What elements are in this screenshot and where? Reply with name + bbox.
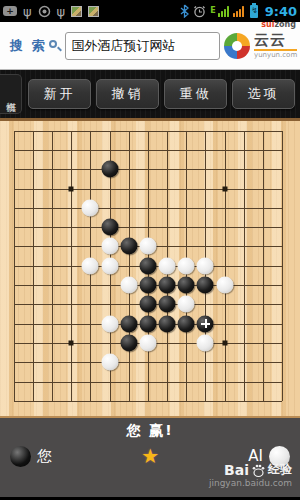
board-cell[interactable] [62, 295, 81, 314]
alarm-icon [193, 5, 206, 18]
board-cell[interactable] [253, 256, 272, 275]
board-cell[interactable] [62, 237, 81, 256]
logo-url: yunyun.com [254, 49, 297, 59]
board-cell[interactable] [273, 333, 292, 352]
board-cell[interactable] [62, 391, 81, 410]
signal-e-icon: E [210, 6, 228, 17]
black-stone [101, 219, 118, 236]
app-screen: + ψ ψ E [0, 0, 300, 500]
black-stone [178, 315, 195, 332]
board-cell[interactable] [234, 179, 253, 198]
board-cell[interactable] [158, 140, 177, 159]
board-cell[interactable] [177, 333, 196, 352]
star-point [69, 340, 74, 345]
board-cell[interactable] [234, 237, 253, 256]
baidu-jingyan-watermark: Bai 经验 jingyan.baidu.com [209, 462, 292, 488]
board-cell[interactable] [177, 314, 196, 333]
board-cell[interactable] [158, 372, 177, 391]
white-stone [82, 257, 99, 274]
board-cell[interactable] [273, 353, 292, 372]
board-cell[interactable] [273, 256, 292, 275]
board-cell[interactable] [158, 314, 177, 333]
board-cell[interactable] [177, 372, 196, 391]
board-cell[interactable] [23, 140, 42, 159]
board-cell[interactable] [81, 391, 100, 410]
board-cell[interactable] [215, 275, 234, 294]
board-cell[interactable] [81, 217, 100, 236]
board-cell[interactable] [119, 140, 138, 159]
board-cell[interactable] [81, 140, 100, 159]
board-cell[interactable] [273, 237, 292, 256]
board-cell[interactable] [100, 179, 119, 198]
board-cell[interactable] [177, 353, 196, 372]
board-cell[interactable] [215, 198, 234, 217]
board-cell[interactable] [158, 353, 177, 372]
board-cell[interactable] [215, 256, 234, 275]
board-cell[interactable] [253, 391, 272, 410]
white-stone [178, 257, 195, 274]
board-cell[interactable] [23, 353, 42, 372]
signal-icon [233, 6, 244, 17]
board-cell[interactable] [196, 256, 215, 275]
board-cell[interactable] [62, 275, 81, 294]
board-cell[interactable] [158, 217, 177, 236]
screenshot-icon [88, 6, 99, 17]
black-stone [101, 161, 118, 178]
board-cell[interactable] [234, 160, 253, 179]
board-cell[interactable] [158, 160, 177, 179]
last-move-marker [201, 319, 210, 328]
pinwheel-logo-icon [224, 33, 250, 59]
board-cell[interactable] [158, 275, 177, 294]
black-stone [139, 315, 156, 332]
board-cell[interactable] [138, 314, 157, 333]
board-cell[interactable] [196, 237, 215, 256]
black-stone [159, 296, 176, 313]
white-stone [178, 296, 195, 313]
board-cell[interactable] [215, 160, 234, 179]
board-cell[interactable] [273, 372, 292, 391]
board-cell[interactable] [253, 333, 272, 352]
board-cell[interactable] [23, 372, 42, 391]
board-cell[interactable] [62, 372, 81, 391]
board-cell[interactable] [62, 353, 81, 372]
black-stone [139, 277, 156, 294]
board-cell[interactable] [138, 353, 157, 372]
board-cell[interactable] [253, 198, 272, 217]
board-cell[interactable] [4, 353, 23, 372]
board-cell[interactable] [42, 198, 61, 217]
board-cell[interactable] [196, 314, 215, 333]
board-cell[interactable] [4, 275, 23, 294]
board-cell[interactable] [100, 275, 119, 294]
board-cell[interactable] [62, 121, 81, 140]
board-cell[interactable] [42, 391, 61, 410]
board-cell[interactable] [196, 121, 215, 140]
options-button[interactable]: 选项 [232, 79, 295, 109]
board-cell[interactable] [119, 198, 138, 217]
speaker-icon [38, 5, 51, 18]
board-cell[interactable] [215, 353, 234, 372]
board-cell[interactable] [100, 295, 119, 314]
board-cell[interactable] [119, 160, 138, 179]
board-cell[interactable] [81, 295, 100, 314]
search-icon[interactable] [49, 40, 61, 52]
board-cell[interactable] [215, 333, 234, 352]
board-cell[interactable] [42, 217, 61, 236]
board-cell[interactable] [23, 198, 42, 217]
board-cell[interactable] [138, 198, 157, 217]
board-cell[interactable] [100, 237, 119, 256]
board-cell[interactable] [158, 333, 177, 352]
board-cell[interactable] [42, 121, 61, 140]
board-cell[interactable] [23, 121, 42, 140]
board-cell[interactable] [138, 295, 157, 314]
board-cell[interactable] [42, 333, 61, 352]
board-cell[interactable] [42, 256, 61, 275]
bluetooth-icon [180, 4, 189, 18]
board-cell[interactable] [100, 256, 119, 275]
board-cell[interactable] [4, 160, 23, 179]
board-cell[interactable] [4, 237, 23, 256]
board-cell[interactable] [62, 217, 81, 236]
board-cell[interactable] [234, 275, 253, 294]
board-cell[interactable] [253, 121, 272, 140]
baidu-brand: Bai [224, 462, 249, 478]
star-point [222, 186, 227, 191]
board-cell[interactable] [42, 295, 61, 314]
white-stone [101, 257, 118, 274]
logo-name: 云云 [254, 33, 297, 48]
board-cell[interactable] [138, 333, 157, 352]
board-cell[interactable] [177, 140, 196, 159]
board-cell[interactable] [273, 160, 292, 179]
board-cell[interactable] [234, 198, 253, 217]
board-cell[interactable] [138, 275, 157, 294]
board-cell[interactable] [253, 275, 272, 294]
yunyun-ad-logo[interactable]: suizong 云云 yunyun.com [220, 33, 296, 59]
clock-time: 9:40 [265, 4, 297, 19]
white-stone [159, 257, 176, 274]
board-cell[interactable] [138, 237, 157, 256]
board-cell[interactable] [234, 295, 253, 314]
white-stone [139, 334, 156, 351]
new-game-button[interactable]: 新开 [28, 79, 91, 109]
board-cell[interactable] [100, 353, 119, 372]
board-cell[interactable] [81, 353, 100, 372]
board-cell[interactable] [177, 237, 196, 256]
board-cell[interactable] [23, 295, 42, 314]
board-cell[interactable] [253, 160, 272, 179]
black-stone [197, 277, 214, 294]
board-cell[interactable] [4, 198, 23, 217]
board-cell[interactable] [215, 179, 234, 198]
board-cell[interactable] [100, 333, 119, 352]
board-cell[interactable] [81, 237, 100, 256]
player-label: 您 [37, 447, 52, 466]
board-cell[interactable] [81, 179, 100, 198]
black-stone [159, 315, 176, 332]
status-bar: + ψ ψ E [0, 0, 300, 22]
board-cell[interactable] [215, 217, 234, 236]
board-cell[interactable] [273, 314, 292, 333]
redo-button[interactable]: 重做 [164, 79, 227, 109]
board-cell[interactable] [158, 256, 177, 275]
board-cell[interactable] [81, 198, 100, 217]
board-cell[interactable] [273, 275, 292, 294]
board-cell[interactable] [100, 198, 119, 217]
board-cell[interactable] [253, 140, 272, 159]
board-cell[interactable] [62, 179, 81, 198]
board-cell[interactable] [23, 275, 42, 294]
game-toolbar: 悔棋 新开 撤销 重做 选项 [0, 70, 300, 118]
white-stone [101, 238, 118, 255]
board-cell[interactable] [100, 217, 119, 236]
board-cell[interactable] [215, 391, 234, 410]
board-cell[interactable] [138, 121, 157, 140]
board-cell[interactable] [119, 275, 138, 294]
board-cell[interactable] [119, 217, 138, 236]
board-cell[interactable] [4, 372, 23, 391]
board-cell[interactable] [62, 256, 81, 275]
board-cell[interactable] [23, 256, 42, 275]
black-stone [139, 296, 156, 313]
white-stone [197, 257, 214, 274]
board-cell[interactable] [253, 217, 272, 236]
board-cell[interactable] [23, 237, 42, 256]
board-cell[interactable] [62, 198, 81, 217]
board-cell[interactable] [253, 372, 272, 391]
board-cell[interactable] [81, 372, 100, 391]
white-stone [216, 277, 233, 294]
board-cell[interactable] [100, 121, 119, 140]
board-cell[interactable] [138, 179, 157, 198]
board-cell[interactable] [234, 391, 253, 410]
board-cell[interactable] [100, 372, 119, 391]
battery-plus-icon: + [3, 6, 17, 16]
jingyan-url: jingyan.baidu.com [209, 478, 292, 488]
suizong-label: suizong [261, 20, 296, 29]
board-grid [4, 121, 292, 410]
win-message: 您 赢! [0, 418, 300, 440]
board-cell[interactable] [196, 372, 215, 391]
board-cell[interactable] [234, 217, 253, 236]
board-cell[interactable] [42, 160, 61, 179]
board-cell[interactable] [62, 314, 81, 333]
white-stone [101, 315, 118, 332]
board-cell[interactable] [253, 295, 272, 314]
board-cell[interactable] [177, 179, 196, 198]
board-cell[interactable] [196, 391, 215, 410]
board-cell[interactable] [273, 295, 292, 314]
board-cell[interactable] [273, 121, 292, 140]
board-cell[interactable] [62, 140, 81, 159]
board-cell[interactable] [196, 333, 215, 352]
board-cell[interactable] [138, 372, 157, 391]
board-cell[interactable] [177, 217, 196, 236]
board-cell[interactable] [4, 333, 23, 352]
search-ad-bar: 搜 索 suizong 云云 yunyun.com [0, 22, 300, 70]
board-cell[interactable] [234, 256, 253, 275]
board-cell[interactable] [23, 333, 42, 352]
board-cell[interactable] [234, 372, 253, 391]
board-cell[interactable] [215, 372, 234, 391]
board-cell[interactable] [234, 121, 253, 140]
gomoku-board [0, 118, 300, 418]
board-cell[interactable] [158, 179, 177, 198]
board-cell[interactable] [215, 121, 234, 140]
board-cell[interactable] [119, 391, 138, 410]
jingyan-brand: 经验 [268, 463, 292, 477]
board-cell[interactable] [215, 295, 234, 314]
board-cell[interactable] [100, 314, 119, 333]
white-stone [120, 277, 137, 294]
board-cell[interactable] [177, 198, 196, 217]
board-cell[interactable] [253, 237, 272, 256]
board-cell[interactable] [119, 121, 138, 140]
board-cell[interactable] [23, 314, 42, 333]
board-cell[interactable] [138, 391, 157, 410]
board-cell[interactable] [196, 140, 215, 159]
board-cell[interactable] [42, 275, 61, 294]
black-stone [120, 315, 137, 332]
board-cell[interactable] [196, 295, 215, 314]
board-cell[interactable] [273, 198, 292, 217]
board-cell[interactable] [138, 217, 157, 236]
board-cell[interactable] [158, 391, 177, 410]
board-cell[interactable] [81, 160, 100, 179]
board-cell[interactable] [138, 160, 157, 179]
black-stone [197, 315, 214, 332]
usb-icon: ψ [23, 5, 32, 18]
board-cell[interactable] [234, 140, 253, 159]
board-cell[interactable] [215, 237, 234, 256]
usb-icon: ψ [57, 5, 66, 18]
board-cell[interactable] [4, 314, 23, 333]
board-cell[interactable] [42, 237, 61, 256]
board-cell[interactable] [119, 295, 138, 314]
board-cell[interactable] [42, 314, 61, 333]
board-cell[interactable] [196, 198, 215, 217]
board-cell[interactable] [138, 256, 157, 275]
board-cell[interactable] [119, 333, 138, 352]
board-cell[interactable] [196, 217, 215, 236]
board-cell[interactable] [23, 160, 42, 179]
board-cell[interactable] [62, 333, 81, 352]
board-cell[interactable] [42, 353, 61, 372]
baidu-paw-icon [251, 463, 266, 478]
board-cell[interactable] [138, 140, 157, 159]
board-cell[interactable] [100, 140, 119, 159]
board-cell[interactable] [42, 179, 61, 198]
board-cell[interactable] [253, 314, 272, 333]
board-cell[interactable] [119, 179, 138, 198]
board-cell[interactable] [4, 179, 23, 198]
board-cell[interactable] [196, 160, 215, 179]
board-cell[interactable] [81, 333, 100, 352]
board-cell[interactable] [100, 391, 119, 410]
board-cell[interactable] [215, 314, 234, 333]
board-cell[interactable] [273, 391, 292, 410]
board-cell[interactable] [177, 275, 196, 294]
white-stone [197, 334, 214, 351]
board-cell[interactable] [234, 333, 253, 352]
board-cell[interactable] [62, 160, 81, 179]
board-cell[interactable] [273, 217, 292, 236]
board-cell[interactable] [4, 295, 23, 314]
board-cell[interactable] [158, 295, 177, 314]
board-cell[interactable] [158, 198, 177, 217]
white-stone [139, 238, 156, 255]
undo-button[interactable]: 撤销 [96, 79, 159, 109]
black-stone [159, 277, 176, 294]
board-cell[interactable] [196, 275, 215, 294]
board-cell[interactable] [23, 217, 42, 236]
board-cell[interactable] [158, 121, 177, 140]
black-stone [139, 257, 156, 274]
board-cell[interactable] [177, 391, 196, 410]
undo-move-drawer-tab[interactable]: 悔棋 [0, 74, 22, 114]
board-cell[interactable] [234, 314, 253, 333]
board-cell[interactable] [253, 179, 272, 198]
board-cell[interactable] [4, 121, 23, 140]
board-cell[interactable] [119, 256, 138, 275]
black-stone [120, 334, 137, 351]
board-cell[interactable] [81, 121, 100, 140]
board-cell[interactable] [273, 179, 292, 198]
board-cell[interactable] [4, 217, 23, 236]
board-cell[interactable] [4, 391, 23, 410]
board-cell[interactable] [100, 160, 119, 179]
screenshot-icon [71, 6, 82, 17]
board-cell[interactable] [273, 140, 292, 159]
white-stone [82, 199, 99, 216]
search-input[interactable] [65, 32, 220, 60]
board-cell[interactable] [42, 140, 61, 159]
board-cell[interactable] [177, 160, 196, 179]
black-stone [120, 238, 137, 255]
board-cell[interactable] [119, 353, 138, 372]
battery-charging-icon: ↯ [250, 5, 258, 18]
board-cell[interactable] [253, 353, 272, 372]
board-cell[interactable] [81, 314, 100, 333]
board-cell[interactable] [81, 275, 100, 294]
board-cell[interactable] [196, 353, 215, 372]
board-cell[interactable] [196, 179, 215, 198]
star-point [69, 186, 74, 191]
board-cell[interactable] [81, 256, 100, 275]
black-stone [178, 277, 195, 294]
board-cell[interactable] [234, 353, 253, 372]
board-cell[interactable] [4, 256, 23, 275]
board-cell[interactable] [215, 140, 234, 159]
result-panel: 您 赢! 您 ★ AI Bai 经验 jingyan.baidu.com [0, 418, 300, 497]
board-cell[interactable] [23, 391, 42, 410]
board-cell[interactable] [119, 314, 138, 333]
search-label: 搜 索 [10, 37, 47, 55]
board-cell[interactable] [23, 179, 42, 198]
board-cell[interactable] [177, 295, 196, 314]
board-cell[interactable] [177, 256, 196, 275]
board-cell[interactable] [158, 237, 177, 256]
board-cell[interactable] [119, 372, 138, 391]
board-cell[interactable] [177, 121, 196, 140]
star-point [222, 340, 227, 345]
board-cell[interactable] [42, 372, 61, 391]
white-stone [101, 354, 118, 371]
board-cell[interactable] [119, 237, 138, 256]
board-cell[interactable] [4, 140, 23, 159]
